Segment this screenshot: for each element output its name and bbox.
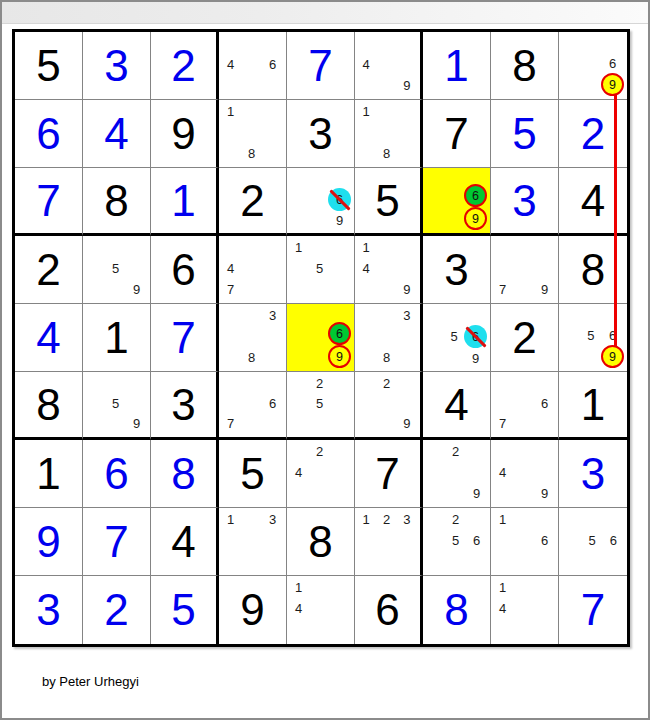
candidate-9: 9 (534, 483, 555, 504)
candidate-1: 1 (492, 577, 513, 598)
candidate-5: 5 (581, 325, 602, 345)
sudoku-cell-r7c4[interactable]: 5 (219, 440, 287, 508)
solved-digit: 1 (151, 168, 216, 233)
sudoku-cell-r9c9[interactable]: 7 (559, 576, 627, 644)
solved-digit: 5 (491, 100, 558, 167)
pencil-marks: 59 (84, 373, 147, 434)
pencil-marks: 59 (84, 237, 147, 300)
chain-node-circle: 6 (328, 322, 351, 345)
solved-digit: 4 (83, 100, 150, 167)
candidate-8: 8 (376, 143, 396, 164)
solved-digit: 2 (491, 304, 558, 371)
solved-digit: 4 (151, 508, 216, 575)
candidate-6: 6 (601, 325, 624, 345)
candidate-5: 5 (445, 530, 466, 551)
sudoku-cell-r5c8[interactable]: 2 (491, 304, 559, 372)
candidate-4: 4 (288, 598, 309, 619)
sudoku-board: 5324674918696491831875278126956934259647… (12, 29, 630, 647)
candidate-9: 9 (601, 345, 624, 368)
solved-digit: 2 (83, 576, 150, 644)
pencil-marks: 16 (492, 509, 555, 572)
sudoku-cell-r7c8[interactable]: 49 (491, 440, 559, 508)
solved-digit: 7 (559, 576, 627, 644)
candidate-7: 7 (220, 414, 241, 434)
sudoku-cell-r2c6[interactable]: 18 (355, 100, 423, 168)
sudoku-cell-r3c1[interactable]: 7 (15, 168, 83, 236)
candidate-9: 9 (126, 414, 147, 434)
solved-digit: 2 (15, 236, 82, 303)
candidate-8: 8 (376, 347, 396, 368)
pencil-marks: 56 (560, 509, 624, 572)
sudoku-cell-r1c5[interactable]: 7 (287, 32, 355, 100)
sudoku-cell-r9c4[interactable]: 9 (219, 576, 287, 644)
solved-digit: 7 (151, 304, 216, 371)
pencil-marks: 79 (492, 237, 555, 300)
candidate-2: 2 (445, 441, 466, 462)
sudoku-cell-r2c8[interactable]: 5 (491, 100, 559, 168)
sudoku-cell-r1c9[interactable]: 69 (559, 32, 627, 100)
sudoku-cell-r5c4[interactable]: 38 (219, 304, 287, 372)
solved-digit: 7 (355, 440, 420, 507)
sudoku-cell-r6c8[interactable]: 67 (491, 372, 559, 440)
pencil-marks: 18 (356, 101, 417, 164)
pencil-marks: 123 (356, 509, 417, 572)
chain-node-circle: 9 (601, 73, 624, 96)
pencil-marks: 149 (356, 237, 417, 300)
sudoku-cell-r5c3[interactable]: 7 (151, 304, 219, 372)
solved-digit: 4 (15, 304, 82, 371)
sudoku-cell-r6c5[interactable]: 25 (287, 372, 355, 440)
candidate-2: 2 (309, 441, 330, 462)
eliminated-candidate: 6 (464, 325, 487, 348)
solved-digit: 5 (219, 440, 286, 507)
sudoku-cell-r7c7[interactable]: 29 (423, 440, 491, 508)
candidate-4: 4 (220, 258, 241, 279)
candidate-6: 6 (534, 393, 555, 413)
solved-digit: 1 (423, 32, 490, 99)
candidate-9: 9 (464, 207, 487, 230)
sudoku-cell-r4c1[interactable]: 2 (15, 236, 83, 304)
candidate-5: 5 (309, 393, 330, 413)
pencil-marks: 69 (424, 169, 487, 230)
solved-digit: 8 (15, 372, 82, 437)
sudoku-cell-r4c2[interactable]: 59 (83, 236, 151, 304)
sudoku-cell-r4c8[interactable]: 79 (491, 236, 559, 304)
sudoku-cell-r1c4[interactable]: 46 (219, 32, 287, 100)
sudoku-cell-r9c1[interactable]: 3 (15, 576, 83, 644)
sudoku-cell-r1c8[interactable]: 8 (491, 32, 559, 100)
candidate-8: 8 (241, 143, 262, 164)
candidate-9: 9 (466, 483, 487, 504)
pencil-marks: 24 (288, 441, 351, 504)
candidate-5: 5 (105, 258, 126, 279)
candidate-1: 1 (220, 509, 241, 530)
solved-digit: 3 (491, 168, 558, 233)
solved-digit: 7 (287, 32, 354, 99)
candidate-5: 5 (444, 325, 464, 348)
candidate-7: 7 (220, 279, 241, 300)
sudoku-cell-r5c2[interactable]: 1 (83, 304, 151, 372)
candidate-5: 5 (105, 393, 126, 413)
candidate-1: 1 (288, 237, 309, 258)
candidate-6: 6 (466, 530, 487, 551)
candidate-3: 3 (262, 509, 283, 530)
sudoku-cell-r6c6[interactable]: 29 (355, 372, 423, 440)
chain-link-line (614, 89, 617, 361)
pencil-marks: 69 (560, 33, 624, 96)
pencil-marks: 67 (220, 373, 283, 434)
app-window: 5324674918696491831875278126956934259647… (0, 0, 650, 720)
candidate-4: 4 (356, 258, 376, 279)
solved-digit: 1 (559, 372, 627, 437)
solved-digit: 8 (151, 440, 216, 507)
pencil-marks: 38 (356, 305, 417, 368)
sudoku-cell-r9c3[interactable]: 5 (151, 576, 219, 644)
pencil-marks: 14 (492, 577, 555, 641)
candidate-3: 3 (397, 509, 417, 530)
chain-node-circle: 9 (601, 345, 624, 368)
candidate-2: 2 (309, 373, 330, 393)
candidate-4: 4 (492, 598, 513, 619)
sudoku-cell-r3c2[interactable]: 8 (83, 168, 151, 236)
sudoku-cell-r8c3[interactable]: 4 (151, 508, 219, 576)
sudoku-cell-r3c8[interactable]: 3 (491, 168, 559, 236)
sudoku-cell-r8c4[interactable]: 13 (219, 508, 287, 576)
sudoku-cell-r7c2[interactable]: 6 (83, 440, 151, 508)
sudoku-cell-r7c3[interactable]: 8 (151, 440, 219, 508)
solved-digit: 2 (151, 32, 216, 99)
solved-digit: 6 (15, 100, 82, 167)
sudoku-cell-r7c1[interactable]: 1 (15, 440, 83, 508)
sudoku-cell-r2c3[interactable]: 9 (151, 100, 219, 168)
solved-digit: 8 (83, 168, 150, 233)
sudoku-cell-r6c2[interactable]: 59 (83, 372, 151, 440)
candidate-1: 1 (220, 101, 241, 122)
candidate-8: 8 (241, 347, 262, 368)
candidate-9: 9 (126, 279, 147, 300)
candidate-7: 7 (492, 414, 513, 434)
candidate-9: 9 (397, 414, 417, 434)
candidate-6: 6 (328, 188, 351, 211)
solved-digit: 7 (83, 508, 150, 575)
candidate-1: 1 (288, 577, 309, 598)
pencil-marks: 14 (288, 577, 351, 641)
pencil-marks: 49 (492, 441, 555, 504)
sudoku-cell-r8c9[interactable]: 56 (559, 508, 627, 576)
pencil-marks: 46 (220, 33, 283, 96)
candidate-4: 4 (356, 54, 376, 75)
sudoku-cell-r9c7[interactable]: 8 (423, 576, 491, 644)
title-bar (2, 2, 648, 24)
candidate-1: 1 (356, 509, 376, 530)
pencil-marks: 29 (356, 373, 417, 434)
solved-digit: 1 (83, 304, 150, 371)
pencil-marks: 29 (424, 441, 487, 504)
candidate-6: 6 (534, 530, 555, 551)
eliminated-candidate: 6 (328, 188, 351, 211)
candidate-6: 6 (601, 53, 624, 73)
sudoku-cell-r1c3[interactable]: 2 (151, 32, 219, 100)
chain-node-circle: 9 (328, 345, 351, 368)
pencil-marks: 13 (220, 509, 283, 572)
sudoku-cell-r9c8[interactable]: 14 (491, 576, 559, 644)
solved-digit: 8 (423, 576, 490, 644)
sudoku-cell-r3c3[interactable]: 1 (151, 168, 219, 236)
candidate-2: 2 (376, 373, 396, 393)
solved-digit: 9 (219, 576, 286, 644)
candidate-3: 3 (397, 305, 417, 326)
sudoku-cell-r5c5[interactable]: 69 (287, 304, 355, 372)
chain-node-circle: 9 (464, 207, 487, 230)
chain-node-circle: 6 (464, 184, 487, 207)
sudoku-cell-r5c7[interactable]: 569 (423, 304, 491, 372)
pencil-marks: 69 (288, 169, 351, 230)
candidate-6: 6 (262, 393, 283, 413)
sudoku-cell-r6c4[interactable]: 67 (219, 372, 287, 440)
candidate-9: 9 (328, 345, 351, 368)
candidate-7: 7 (492, 279, 513, 300)
sudoku-cell-r4c3[interactable]: 6 (151, 236, 219, 304)
candidate-9: 9 (464, 348, 487, 368)
sudoku-cell-r9c2[interactable]: 2 (83, 576, 151, 644)
solved-digit: 7 (423, 100, 490, 167)
solved-digit: 8 (287, 508, 354, 575)
sudoku-cell-r2c5[interactable]: 3 (287, 100, 355, 168)
candidate-4: 4 (492, 462, 513, 483)
sudoku-cell-r3c6[interactable]: 5 (355, 168, 423, 236)
candidate-9: 9 (397, 279, 417, 300)
solved-digit: 6 (355, 576, 420, 644)
pencil-marks: 67 (492, 373, 555, 434)
sudoku-cell-r4c6[interactable]: 149 (355, 236, 423, 304)
sudoku-cell-r4c7[interactable]: 3 (423, 236, 491, 304)
pencil-marks: 15 (288, 237, 351, 300)
solved-digit: 3 (83, 32, 150, 99)
sudoku-cell-r9c5[interactable]: 14 (287, 576, 355, 644)
candidate-2: 2 (376, 509, 396, 530)
candidate-6: 6 (464, 184, 487, 207)
candidate-6: 6 (603, 530, 624, 551)
solved-digit: 9 (15, 508, 82, 575)
sudoku-cell-r7c5[interactable]: 24 (287, 440, 355, 508)
sudoku-cell-r2c7[interactable]: 7 (423, 100, 491, 168)
solved-digit: 4 (423, 372, 490, 437)
solved-digit: 3 (15, 576, 82, 644)
solved-digit: 3 (423, 236, 490, 303)
solved-digit: 2 (219, 168, 286, 233)
sudoku-cell-r1c6[interactable]: 49 (355, 32, 423, 100)
candidate-4: 4 (220, 54, 241, 75)
solved-digit: 6 (83, 440, 150, 507)
pencil-marks: 47 (220, 237, 283, 300)
candidate-6: 6 (328, 322, 351, 345)
candidate-5: 5 (309, 258, 330, 279)
sudoku-cell-r8c2[interactable]: 7 (83, 508, 151, 576)
sudoku-cell-r8c1[interactable]: 9 (15, 508, 83, 576)
candidate-9: 9 (601, 73, 624, 96)
candidate-6: 6 (262, 54, 283, 75)
sudoku-cell-r8c8[interactable]: 16 (491, 508, 559, 576)
sudoku-cell-r2c4[interactable]: 18 (219, 100, 287, 168)
candidate-1: 1 (356, 101, 376, 122)
sudoku-cell-r4c4[interactable]: 47 (219, 236, 287, 304)
solved-digit: 1 (15, 440, 82, 507)
sudoku-cell-r3c7[interactable]: 69 (423, 168, 491, 236)
pencil-marks: 256 (424, 509, 487, 572)
sudoku-cell-r7c6[interactable]: 7 (355, 440, 423, 508)
solved-digit: 5 (151, 576, 216, 644)
sudoku-cell-r7c9[interactable]: 3 (559, 440, 627, 508)
solved-digit: 9 (151, 100, 216, 167)
pencil-marks: 69 (288, 305, 351, 368)
sudoku-cell-r3c4[interactable]: 2 (219, 168, 287, 236)
sudoku-cell-r6c3[interactable]: 3 (151, 372, 219, 440)
candidate-5: 5 (581, 530, 602, 551)
sudoku-cell-r4c5[interactable]: 15 (287, 236, 355, 304)
sudoku-cell-r6c1[interactable]: 8 (15, 372, 83, 440)
sudoku-cell-r1c1[interactable]: 5 (15, 32, 83, 100)
sudoku-cell-r2c2[interactable]: 4 (83, 100, 151, 168)
sudoku-cell-r1c2[interactable]: 3 (83, 32, 151, 100)
solved-digit: 6 (151, 236, 216, 303)
candidate-3: 3 (262, 305, 283, 326)
sudoku-cell-r1c7[interactable]: 1 (423, 32, 491, 100)
candidate-6: 6 (464, 325, 487, 348)
candidate-4: 4 (288, 462, 309, 483)
solved-digit: 3 (151, 372, 216, 437)
sudoku-cell-r8c6[interactable]: 123 (355, 508, 423, 576)
sudoku-cell-r2c1[interactable]: 6 (15, 100, 83, 168)
author-credit: by Peter Urhegyi (42, 674, 139, 689)
sudoku-cell-r8c7[interactable]: 256 (423, 508, 491, 576)
candidate-1: 1 (492, 509, 513, 530)
candidate-9: 9 (534, 279, 555, 300)
solved-digit: 3 (287, 100, 354, 167)
candidate-2: 2 (445, 509, 466, 530)
sudoku-cell-r5c1[interactable]: 4 (15, 304, 83, 372)
candidate-9: 9 (397, 75, 417, 96)
pencil-marks: 25 (288, 373, 351, 434)
sudoku-cell-r3c5[interactable]: 69 (287, 168, 355, 236)
pencil-marks: 38 (220, 305, 283, 368)
solved-digit: 8 (491, 32, 558, 99)
solved-digit: 7 (15, 168, 82, 233)
pencil-marks: 49 (356, 33, 417, 96)
solved-digit: 5 (355, 168, 420, 233)
sudoku-cell-r5c6[interactable]: 38 (355, 304, 423, 372)
sudoku-cell-r8c5[interactable]: 8 (287, 508, 355, 576)
sudoku-cell-r6c7[interactable]: 4 (423, 372, 491, 440)
candidate-9: 9 (328, 211, 351, 230)
candidate-1: 1 (356, 237, 376, 258)
sudoku-cell-r6c9[interactable]: 1 (559, 372, 627, 440)
sudoku-cell-r9c6[interactable]: 6 (355, 576, 423, 644)
solved-digit: 3 (559, 440, 627, 507)
solved-digit: 5 (15, 32, 82, 99)
pencil-marks: 569 (424, 305, 487, 368)
pencil-marks: 18 (220, 101, 283, 164)
